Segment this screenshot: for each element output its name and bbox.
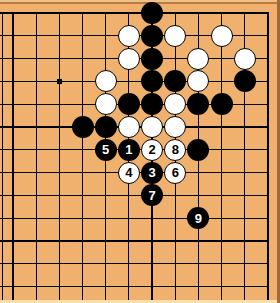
- black-stone: [95, 116, 117, 138]
- grid-vline: [36, 12, 37, 301]
- move-8-white-stone: 8: [164, 139, 186, 161]
- white-stone: [95, 93, 117, 115]
- white-stone: [118, 116, 140, 138]
- white-stone: [95, 70, 117, 92]
- white-stone: [118, 48, 140, 70]
- grid-vline: [267, 12, 270, 301]
- black-stone: [141, 25, 163, 47]
- grid-vline: [12, 12, 13, 301]
- black-stone: [118, 93, 140, 115]
- move-2-white-stone: 2: [141, 139, 163, 161]
- black-stone: [211, 93, 233, 115]
- grid-vline: [59, 12, 60, 301]
- black-stone: [141, 2, 163, 24]
- white-stone: [234, 48, 256, 70]
- image-right-strip: [277, 0, 280, 303]
- grid-hline: [0, 195, 269, 196]
- grid-vline-crop-left: [2, 12, 3, 303]
- grid-hline: [0, 218, 269, 219]
- grid-vline: [221, 12, 222, 301]
- move-4-white-stone: 4: [118, 162, 140, 184]
- grid-hline: [0, 263, 269, 264]
- move-5-black-stone: 5: [95, 139, 117, 161]
- black-stone: [141, 48, 163, 70]
- go-diagram: 512843679: [0, 0, 280, 303]
- grid-hline: [0, 286, 269, 287]
- white-stone: [118, 25, 140, 47]
- black-stone: [72, 116, 94, 138]
- white-stone: [141, 116, 163, 138]
- grid-hline: [0, 12, 269, 15]
- white-stone: [187, 48, 209, 70]
- grid-hline: [0, 240, 269, 241]
- white-stone: [211, 25, 233, 47]
- board-background: [0, 0, 280, 303]
- white-stone: [164, 25, 186, 47]
- grid-hline: [0, 81, 269, 82]
- move-1-black-stone: 1: [118, 139, 140, 161]
- image-top-strip: [0, 2, 280, 4]
- move-6-white-stone: 6: [164, 162, 186, 184]
- hoshi-point: [57, 79, 62, 84]
- grid-vline: [82, 12, 83, 301]
- move-3-black-stone: 3: [141, 162, 163, 184]
